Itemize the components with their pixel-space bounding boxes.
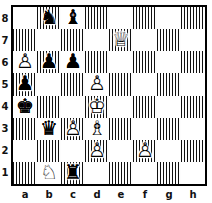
- square-e7: ♛♕: [109, 29, 133, 51]
- square-c2: [61, 140, 85, 162]
- square-e6: [109, 51, 133, 73]
- square-b2: [37, 140, 61, 162]
- square-a7: [13, 29, 37, 51]
- white-pawn-glyph: ♙: [86, 139, 108, 161]
- square-a5: ♟♟: [13, 73, 37, 95]
- chess-diagram: ♞♞♝♝♛♕♟♙♟♟♟♟♟♟♟♙♚♚♚♔♛♛♟♙♝♗♟♙♟♙♞♘♜♜ 87654…: [0, 0, 212, 203]
- square-b7: [37, 29, 61, 51]
- square-f6: [133, 51, 157, 73]
- file-label-f: f: [133, 189, 157, 200]
- square-e5: [109, 73, 133, 95]
- black-king: ♚♚: [14, 96, 36, 118]
- white-pawn-glyph: ♙: [134, 139, 156, 161]
- black-pawn: ♟♟: [14, 73, 36, 95]
- square-d2: ♟♙: [85, 140, 109, 162]
- black-bishop: ♝♝: [62, 7, 84, 29]
- rank-label-7: 7: [0, 35, 10, 46]
- square-d7: [85, 29, 109, 51]
- chess-board: ♞♞♝♝♛♕♟♙♟♟♟♟♟♟♟♙♚♚♚♔♛♛♟♙♝♗♟♙♟♙♞♘♜♜: [11, 5, 207, 186]
- square-b8: ♞♞: [37, 7, 61, 29]
- file-label-e: e: [109, 189, 133, 200]
- square-g5: [157, 73, 181, 95]
- rank-label-8: 8: [0, 13, 10, 24]
- black-knight-glyph: ♞: [38, 6, 60, 28]
- square-g4: [157, 96, 181, 118]
- square-d8: [85, 7, 109, 29]
- white-bishop-glyph: ♗: [86, 117, 108, 139]
- square-c8: ♝♝: [61, 7, 85, 29]
- square-h8: [181, 7, 205, 29]
- square-e4: [109, 96, 133, 118]
- square-f2: ♟♙: [133, 140, 157, 162]
- square-e8: [109, 7, 133, 29]
- square-e3: [109, 118, 133, 140]
- square-c6: ♟♟: [61, 51, 85, 73]
- square-d5: ♟♙: [85, 73, 109, 95]
- rank-label-6: 6: [0, 57, 10, 68]
- square-g7: [157, 29, 181, 51]
- white-pawn: ♟♙: [134, 140, 156, 162]
- square-f1: [133, 162, 157, 184]
- square-f3: [133, 118, 157, 140]
- black-pawn: ♟♟: [38, 51, 60, 73]
- square-e1: [109, 162, 133, 184]
- square-f5: [133, 73, 157, 95]
- file-label-h: h: [181, 189, 205, 200]
- square-h7: [181, 29, 205, 51]
- white-pawn: ♟♙: [86, 73, 108, 95]
- black-knight: ♞♞: [38, 7, 60, 29]
- rank-label-1: 1: [0, 167, 10, 178]
- square-a4: ♚♚: [13, 96, 37, 118]
- black-rook: ♜♜: [62, 162, 84, 184]
- square-e2: [109, 140, 133, 162]
- square-f7: [133, 29, 157, 51]
- black-pawn-glyph: ♟: [62, 50, 84, 72]
- square-h6: [181, 51, 205, 73]
- square-c4: [61, 96, 85, 118]
- white-king: ♚♔: [86, 96, 108, 118]
- square-c3: ♟♙: [61, 118, 85, 140]
- square-a1: [13, 162, 37, 184]
- white-pawn: ♟♙: [86, 140, 108, 162]
- file-label-a: a: [13, 189, 37, 200]
- white-bishop: ♝♗: [86, 118, 108, 140]
- rank-label-4: 4: [0, 101, 10, 112]
- square-b1: ♞♘: [37, 162, 61, 184]
- square-g6: [157, 51, 181, 73]
- white-queen: ♛♕: [110, 29, 132, 51]
- rank-label-2: 2: [0, 145, 10, 156]
- rank-label-3: 3: [0, 123, 10, 134]
- square-g8: [157, 7, 181, 29]
- black-pawn-glyph: ♟: [38, 50, 60, 72]
- square-f4: [133, 96, 157, 118]
- square-c5: [61, 73, 85, 95]
- white-queen-glyph: ♕: [110, 28, 132, 50]
- square-b6: ♟♟: [37, 51, 61, 73]
- white-king-glyph: ♔: [86, 95, 108, 117]
- file-label-c: c: [61, 189, 85, 200]
- square-c7: [61, 29, 85, 51]
- square-a6: ♟♙: [13, 51, 37, 73]
- black-queen-glyph: ♛: [38, 117, 60, 139]
- white-knight: ♞♘: [38, 162, 60, 184]
- square-b4: [37, 96, 61, 118]
- square-g2: [157, 140, 181, 162]
- white-pawn: ♟♙: [62, 118, 84, 140]
- black-king-glyph: ♚: [14, 95, 36, 117]
- square-h2: [181, 140, 205, 162]
- rank-label-5: 5: [0, 79, 10, 90]
- square-b5: [37, 73, 61, 95]
- black-bishop-glyph: ♝: [62, 6, 84, 28]
- square-g3: [157, 118, 181, 140]
- square-b3: ♛♛: [37, 118, 61, 140]
- black-queen: ♛♛: [38, 118, 60, 140]
- square-a3: [13, 118, 37, 140]
- white-pawn-glyph: ♙: [14, 50, 36, 72]
- square-d1: [85, 162, 109, 184]
- square-d6: [85, 51, 109, 73]
- square-g1: [157, 162, 181, 184]
- square-h3: [181, 118, 205, 140]
- file-label-g: g: [157, 189, 181, 200]
- square-a8: [13, 7, 37, 29]
- square-f8: [133, 7, 157, 29]
- square-d3: ♝♗: [85, 118, 109, 140]
- square-a2: [13, 140, 37, 162]
- square-h5: [181, 73, 205, 95]
- square-d4: ♚♔: [85, 96, 109, 118]
- file-label-b: b: [37, 189, 61, 200]
- black-rook-glyph: ♜: [62, 161, 84, 183]
- white-pawn-glyph: ♙: [86, 72, 108, 94]
- file-label-d: d: [85, 189, 109, 200]
- black-pawn-glyph: ♟: [14, 72, 36, 94]
- square-h4: [181, 96, 205, 118]
- black-pawn: ♟♟: [62, 51, 84, 73]
- square-h1: [181, 162, 205, 184]
- white-pawn-glyph: ♙: [62, 117, 84, 139]
- white-pawn: ♟♙: [14, 51, 36, 73]
- square-c1: ♜♜: [61, 162, 85, 184]
- white-knight-glyph: ♘: [38, 161, 60, 183]
